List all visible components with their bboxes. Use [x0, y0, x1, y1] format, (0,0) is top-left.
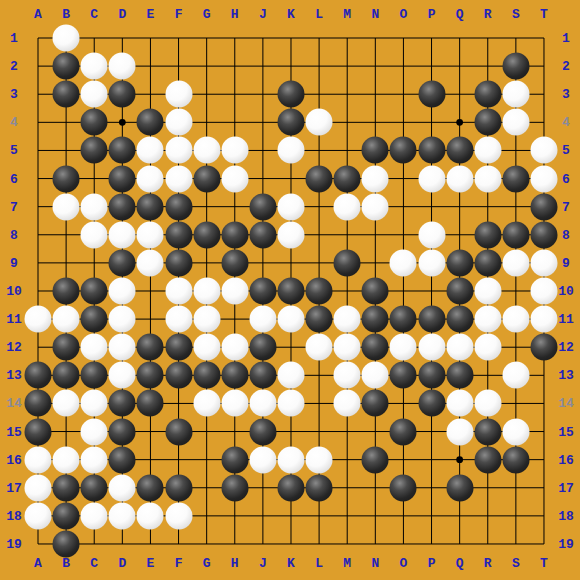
black-stone-K10 [277, 277, 304, 304]
black-stone-E13 [137, 362, 164, 389]
col-label-top-M: M [343, 8, 351, 21]
col-label-top-T: T [540, 8, 548, 21]
row-label-left-6: 6 [10, 172, 18, 185]
white-stone-T6 [530, 165, 557, 192]
white-stone-H6 [221, 165, 248, 192]
white-stone-F4 [165, 109, 192, 136]
white-stone-S15 [502, 418, 529, 445]
black-stone-E17 [137, 474, 164, 501]
col-label-bottom-Q: Q [456, 557, 464, 570]
black-stone-D5 [109, 137, 136, 164]
white-stone-S13 [502, 362, 529, 389]
col-label-bottom-T: T [540, 557, 548, 570]
white-stone-C18 [81, 502, 108, 529]
white-stone-L12 [306, 334, 333, 361]
black-stone-F13 [165, 362, 192, 389]
black-stone-N11 [362, 306, 389, 333]
col-label-bottom-M: M [343, 557, 351, 570]
col-label-bottom-P: P [428, 557, 436, 570]
row-label-right-2: 2 [562, 60, 570, 73]
black-stone-P11 [418, 306, 445, 333]
white-stone-T9 [530, 249, 557, 276]
col-label-bottom-O: O [400, 557, 408, 570]
white-stone-L16 [306, 446, 333, 473]
row-label-right-16: 16 [558, 453, 574, 466]
white-stone-B16 [53, 446, 80, 473]
black-stone-N12 [362, 334, 389, 361]
black-stone-S8 [502, 221, 529, 248]
white-stone-G10 [193, 277, 220, 304]
white-stone-F6 [165, 165, 192, 192]
white-stone-A11 [25, 306, 52, 333]
col-label-bottom-S: S [512, 557, 520, 570]
black-stone-N10 [362, 277, 389, 304]
white-stone-F11 [165, 306, 192, 333]
white-stone-C7 [81, 193, 108, 220]
black-stone-A14 [25, 390, 52, 417]
row-label-left-18: 18 [6, 509, 22, 522]
col-label-top-E: E [147, 8, 155, 21]
black-stone-F12 [165, 334, 192, 361]
col-label-bottom-H: H [231, 557, 239, 570]
black-stone-Q10 [446, 277, 473, 304]
white-stone-H12 [221, 334, 248, 361]
white-stone-M12 [334, 334, 361, 361]
black-stone-P5 [418, 137, 445, 164]
row-label-left-11: 11 [6, 313, 22, 326]
row-label-right-17: 17 [558, 481, 574, 494]
black-stone-O5 [390, 137, 417, 164]
row-label-left-8: 8 [10, 228, 18, 241]
black-stone-K3 [277, 81, 304, 108]
white-stone-J11 [249, 306, 276, 333]
black-stone-O11 [390, 306, 417, 333]
row-label-right-6: 6 [562, 172, 570, 185]
black-stone-P14 [418, 390, 445, 417]
row-label-left-4: 4 [10, 116, 18, 129]
white-stone-F18 [165, 502, 192, 529]
col-label-bottom-J: J [259, 557, 267, 570]
white-stone-C3 [81, 81, 108, 108]
row-label-right-9: 9 [562, 256, 570, 269]
col-label-top-A: A [34, 8, 42, 21]
black-stone-E4 [137, 109, 164, 136]
white-stone-P8 [418, 221, 445, 248]
white-stone-C14 [81, 390, 108, 417]
row-label-right-19: 19 [558, 537, 574, 550]
black-stone-N5 [362, 137, 389, 164]
white-stone-A17 [25, 474, 52, 501]
black-stone-B19 [53, 530, 80, 557]
white-stone-C12 [81, 334, 108, 361]
white-stone-R10 [474, 277, 501, 304]
black-stone-C10 [81, 277, 108, 304]
black-stone-S2 [502, 53, 529, 80]
col-label-top-P: P [428, 8, 436, 21]
go-board[interactable]: AABBCCDDEEFFGGHHJJKKLLMMNNOOPPQQRRSSTT11… [0, 0, 580, 580]
white-stone-C8 [81, 221, 108, 248]
black-stone-R15 [474, 418, 501, 445]
black-stone-G13 [193, 362, 220, 389]
black-stone-R3 [474, 81, 501, 108]
col-label-bottom-E: E [147, 557, 155, 570]
black-stone-N16 [362, 446, 389, 473]
col-label-top-Q: Q [456, 8, 464, 21]
black-stone-J15 [249, 418, 276, 445]
white-stone-A18 [25, 502, 52, 529]
black-stone-L10 [306, 277, 333, 304]
white-stone-N6 [362, 165, 389, 192]
black-stone-T7 [530, 193, 557, 220]
row-label-right-15: 15 [558, 425, 574, 438]
white-stone-G5 [193, 137, 220, 164]
black-stone-C17 [81, 474, 108, 501]
black-stone-D3 [109, 81, 136, 108]
white-stone-J16 [249, 446, 276, 473]
col-label-top-N: N [371, 8, 379, 21]
white-stone-Q15 [446, 418, 473, 445]
black-stone-E12 [137, 334, 164, 361]
black-stone-P3 [418, 81, 445, 108]
row-label-right-1: 1 [562, 32, 570, 45]
black-stone-G6 [193, 165, 220, 192]
col-label-bottom-F: F [175, 557, 183, 570]
black-stone-O13 [390, 362, 417, 389]
white-stone-E8 [137, 221, 164, 248]
col-label-bottom-R: R [484, 557, 492, 570]
black-stone-B10 [53, 277, 80, 304]
row-label-right-10: 10 [558, 284, 574, 297]
black-stone-B12 [53, 334, 80, 361]
col-label-top-C: C [90, 8, 98, 21]
white-stone-D17 [109, 474, 136, 501]
black-stone-F7 [165, 193, 192, 220]
white-stone-E9 [137, 249, 164, 276]
col-label-top-K: K [287, 8, 295, 21]
black-stone-D9 [109, 249, 136, 276]
white-stone-J14 [249, 390, 276, 417]
white-stone-R5 [474, 137, 501, 164]
col-label-top-S: S [512, 8, 520, 21]
white-stone-N13 [362, 362, 389, 389]
black-stone-A13 [25, 362, 52, 389]
row-label-left-14: 14 [6, 397, 22, 410]
col-label-bottom-G: G [203, 557, 211, 570]
black-stone-F9 [165, 249, 192, 276]
black-stone-D14 [109, 390, 136, 417]
star-point-D4 [119, 119, 126, 126]
white-stone-S3 [502, 81, 529, 108]
black-stone-C5 [81, 137, 108, 164]
row-label-right-4: 4 [562, 116, 570, 129]
white-stone-K11 [277, 306, 304, 333]
white-stone-D12 [109, 334, 136, 361]
white-stone-Q12 [446, 334, 473, 361]
black-stone-H8 [221, 221, 248, 248]
black-stone-C11 [81, 306, 108, 333]
white-stone-G11 [193, 306, 220, 333]
black-stone-C13 [81, 362, 108, 389]
white-stone-H10 [221, 277, 248, 304]
black-stone-P13 [418, 362, 445, 389]
black-stone-Q17 [446, 474, 473, 501]
black-stone-L11 [306, 306, 333, 333]
white-stone-P12 [418, 334, 445, 361]
white-stone-O9 [390, 249, 417, 276]
black-stone-M6 [334, 165, 361, 192]
white-stone-R12 [474, 334, 501, 361]
row-label-left-12: 12 [6, 341, 22, 354]
black-stone-K4 [277, 109, 304, 136]
white-stone-Q6 [446, 165, 473, 192]
black-stone-H17 [221, 474, 248, 501]
black-stone-D15 [109, 418, 136, 445]
white-stone-C2 [81, 53, 108, 80]
black-stone-D16 [109, 446, 136, 473]
black-stone-B18 [53, 502, 80, 529]
white-stone-C16 [81, 446, 108, 473]
row-label-right-3: 3 [562, 88, 570, 101]
black-stone-F8 [165, 221, 192, 248]
black-stone-F17 [165, 474, 192, 501]
row-label-left-9: 9 [10, 256, 18, 269]
star-point-Q4 [456, 119, 463, 126]
row-label-left-16: 16 [6, 453, 22, 466]
col-label-top-B: B [62, 8, 70, 21]
row-label-right-7: 7 [562, 200, 570, 213]
black-stone-B6 [53, 165, 80, 192]
row-label-left-10: 10 [6, 284, 22, 297]
white-stone-B11 [53, 306, 80, 333]
white-stone-P6 [418, 165, 445, 192]
white-stone-H14 [221, 390, 248, 417]
white-stone-D11 [109, 306, 136, 333]
black-stone-L17 [306, 474, 333, 501]
white-stone-H5 [221, 137, 248, 164]
white-stone-G14 [193, 390, 220, 417]
white-stone-T5 [530, 137, 557, 164]
black-stone-H9 [221, 249, 248, 276]
black-stone-B13 [53, 362, 80, 389]
black-stone-R9 [474, 249, 501, 276]
black-stone-D6 [109, 165, 136, 192]
black-stone-J12 [249, 334, 276, 361]
black-stone-L6 [306, 165, 333, 192]
white-stone-D2 [109, 53, 136, 80]
black-stone-J10 [249, 277, 276, 304]
black-stone-E7 [137, 193, 164, 220]
black-stone-S16 [502, 446, 529, 473]
row-label-right-18: 18 [558, 509, 574, 522]
black-stone-E14 [137, 390, 164, 417]
white-stone-B1 [53, 25, 80, 52]
col-label-top-J: J [259, 8, 267, 21]
col-label-top-O: O [400, 8, 408, 21]
white-stone-P9 [418, 249, 445, 276]
black-stone-B2 [53, 53, 80, 80]
white-stone-N7 [362, 193, 389, 220]
white-stone-K7 [277, 193, 304, 220]
black-stone-R8 [474, 221, 501, 248]
row-label-right-14: 14 [558, 397, 574, 410]
black-stone-O17 [390, 474, 417, 501]
black-stone-T8 [530, 221, 557, 248]
col-label-bottom-B: B [62, 557, 70, 570]
white-stone-K14 [277, 390, 304, 417]
row-label-right-13: 13 [558, 369, 574, 382]
black-stone-K17 [277, 474, 304, 501]
white-stone-M11 [334, 306, 361, 333]
black-stone-C4 [81, 109, 108, 136]
row-label-left-3: 3 [10, 88, 18, 101]
row-label-left-1: 1 [10, 32, 18, 45]
black-stone-D7 [109, 193, 136, 220]
col-label-top-D: D [118, 8, 126, 21]
star-point-Q16 [456, 456, 463, 463]
white-stone-L4 [306, 109, 333, 136]
col-label-top-H: H [231, 8, 239, 21]
black-stone-Q13 [446, 362, 473, 389]
white-stone-D13 [109, 362, 136, 389]
white-stone-A16 [25, 446, 52, 473]
row-label-right-8: 8 [562, 228, 570, 241]
white-stone-E5 [137, 137, 164, 164]
row-label-right-12: 12 [558, 341, 574, 354]
black-stone-F15 [165, 418, 192, 445]
white-stone-R6 [474, 165, 501, 192]
white-stone-F5 [165, 137, 192, 164]
white-stone-C15 [81, 418, 108, 445]
col-label-bottom-C: C [90, 557, 98, 570]
black-stone-H13 [221, 362, 248, 389]
black-stone-J13 [249, 362, 276, 389]
white-stone-T11 [530, 306, 557, 333]
white-stone-B14 [53, 390, 80, 417]
row-label-left-19: 19 [6, 537, 22, 550]
white-stone-G12 [193, 334, 220, 361]
black-stone-M9 [334, 249, 361, 276]
white-stone-B7 [53, 193, 80, 220]
white-stone-K16 [277, 446, 304, 473]
black-stone-T12 [530, 334, 557, 361]
black-stone-Q11 [446, 306, 473, 333]
col-label-bottom-D: D [118, 557, 126, 570]
row-label-left-17: 17 [6, 481, 22, 494]
black-stone-R16 [474, 446, 501, 473]
row-label-left-2: 2 [10, 60, 18, 73]
col-label-bottom-K: K [287, 557, 295, 570]
white-stone-K5 [277, 137, 304, 164]
white-stone-D10 [109, 277, 136, 304]
black-stone-Q5 [446, 137, 473, 164]
black-stone-B3 [53, 81, 80, 108]
white-stone-E6 [137, 165, 164, 192]
white-stone-O12 [390, 334, 417, 361]
black-stone-J8 [249, 221, 276, 248]
white-stone-E18 [137, 502, 164, 529]
white-stone-K8 [277, 221, 304, 248]
col-label-bottom-L: L [315, 557, 323, 570]
white-stone-S4 [502, 109, 529, 136]
black-stone-Q9 [446, 249, 473, 276]
white-stone-K13 [277, 362, 304, 389]
black-stone-B17 [53, 474, 80, 501]
row-label-left-5: 5 [10, 144, 18, 157]
col-label-bottom-N: N [371, 557, 379, 570]
white-stone-F3 [165, 81, 192, 108]
white-stone-M7 [334, 193, 361, 220]
col-label-top-R: R [484, 8, 492, 21]
black-stone-S6 [502, 165, 529, 192]
white-stone-F10 [165, 277, 192, 304]
row-label-left-15: 15 [6, 425, 22, 438]
white-stone-D8 [109, 221, 136, 248]
row-label-right-5: 5 [562, 144, 570, 157]
row-label-right-11: 11 [558, 313, 574, 326]
col-label-top-F: F [175, 8, 183, 21]
black-stone-N14 [362, 390, 389, 417]
white-stone-R14 [474, 390, 501, 417]
col-label-bottom-A: A [34, 557, 42, 570]
white-stone-T10 [530, 277, 557, 304]
row-label-left-7: 7 [10, 200, 18, 213]
white-stone-S9 [502, 249, 529, 276]
black-stone-O15 [390, 418, 417, 445]
black-stone-H16 [221, 446, 248, 473]
black-stone-R4 [474, 109, 501, 136]
black-stone-G8 [193, 221, 220, 248]
col-label-top-G: G [203, 8, 211, 21]
row-label-left-13: 13 [6, 369, 22, 382]
white-stone-M13 [334, 362, 361, 389]
black-stone-J7 [249, 193, 276, 220]
black-stone-A15 [25, 418, 52, 445]
col-label-top-L: L [315, 8, 323, 21]
white-stone-Q14 [446, 390, 473, 417]
white-stone-D18 [109, 502, 136, 529]
white-stone-R11 [474, 306, 501, 333]
white-stone-M14 [334, 390, 361, 417]
white-stone-S11 [502, 306, 529, 333]
